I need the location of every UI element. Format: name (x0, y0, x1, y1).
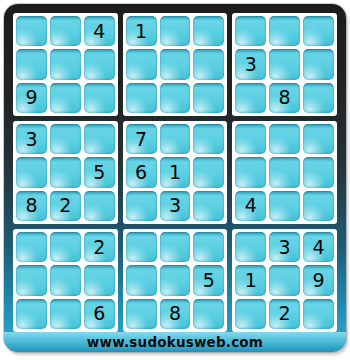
cell-r7c2[interactable] (50, 232, 81, 262)
cell-r4c4[interactable]: 7 (126, 124, 157, 154)
sudoku-box-9: 34192 (232, 229, 337, 332)
cell-r9c7[interactable] (235, 299, 266, 329)
cell-r9c8[interactable]: 2 (269, 299, 300, 329)
cell-r3c3[interactable] (84, 83, 115, 113)
cell-r7c3[interactable]: 2 (84, 232, 115, 262)
cell-r4c2[interactable] (50, 124, 81, 154)
cell-r2c5[interactable] (160, 49, 191, 79)
cell-r6c5[interactable]: 3 (160, 191, 191, 221)
cell-r3c2[interactable] (50, 83, 81, 113)
cell-r3c5[interactable] (160, 83, 191, 113)
cell-r7c1[interactable] (16, 232, 47, 262)
cell-r4c5[interactable] (160, 124, 191, 154)
cell-r6c1[interactable]: 8 (16, 191, 47, 221)
cell-r5c1[interactable] (16, 157, 47, 187)
cell-r1c8[interactable] (269, 16, 300, 46)
cell-r4c8[interactable] (269, 124, 300, 154)
cell-r1c3[interactable]: 4 (84, 16, 115, 46)
cell-r8c9[interactable]: 9 (303, 265, 334, 295)
cell-r4c1[interactable]: 3 (16, 124, 47, 154)
sudoku-box-3: 38 (232, 13, 337, 116)
cell-r1c2[interactable] (50, 16, 81, 46)
cell-r1c6[interactable] (193, 16, 224, 46)
cell-r7c7[interactable] (235, 232, 266, 262)
cell-r2c6[interactable] (193, 49, 224, 79)
page-background: { "game": { "type": "sudoku", "rows": 9,… (0, 0, 350, 360)
sudoku-box-7: 26 (13, 229, 118, 332)
cell-r2c9[interactable] (303, 49, 334, 79)
cell-r3c9[interactable] (303, 83, 334, 113)
cell-r2c4[interactable] (126, 49, 157, 79)
cell-r9c2[interactable] (50, 299, 81, 329)
cell-r5c3[interactable]: 5 (84, 157, 115, 187)
cell-r6c4[interactable] (126, 191, 157, 221)
cell-r7c4[interactable] (126, 232, 157, 262)
cell-r6c9[interactable] (303, 191, 334, 221)
cell-r3c4[interactable] (126, 83, 157, 113)
cell-r8c6[interactable]: 5 (193, 265, 224, 295)
cell-r3c8[interactable]: 8 (269, 83, 300, 113)
cell-r5c9[interactable] (303, 157, 334, 187)
sudoku-grid-area: 49138358276134265834192 (13, 13, 337, 332)
sudoku-box-2: 1 (123, 13, 228, 116)
cell-r5c8[interactable] (269, 157, 300, 187)
cell-r5c5[interactable]: 1 (160, 157, 191, 187)
cell-r1c5[interactable] (160, 16, 191, 46)
sudoku-box-8: 58 (123, 229, 228, 332)
cell-r4c9[interactable] (303, 124, 334, 154)
sudoku-box-5: 7613 (123, 121, 228, 224)
site-link[interactable]: www.sudokusweb.com (87, 334, 263, 350)
cell-r5c2[interactable] (50, 157, 81, 187)
cell-r8c8[interactable] (269, 265, 300, 295)
cell-r6c8[interactable] (269, 191, 300, 221)
footer-bar: www.sudokusweb.com (4, 332, 346, 352)
cell-r8c2[interactable] (50, 265, 81, 295)
cell-r5c7[interactable] (235, 157, 266, 187)
cell-r2c2[interactable] (50, 49, 81, 79)
cell-r8c7[interactable]: 1 (235, 265, 266, 295)
cell-r5c6[interactable] (193, 157, 224, 187)
cell-r6c2[interactable]: 2 (50, 191, 81, 221)
cell-r3c6[interactable] (193, 83, 224, 113)
cell-r8c4[interactable] (126, 265, 157, 295)
sudoku-board-frame: 49138358276134265834192 www.sudokusweb.c… (4, 4, 346, 352)
cell-r8c1[interactable] (16, 265, 47, 295)
sudoku-box-4: 3582 (13, 121, 118, 224)
sudoku-box-6: 4 (232, 121, 337, 224)
cell-r4c3[interactable] (84, 124, 115, 154)
cell-r1c4[interactable]: 1 (126, 16, 157, 46)
cell-r9c9[interactable] (303, 299, 334, 329)
cell-r9c3[interactable]: 6 (84, 299, 115, 329)
cell-r2c8[interactable] (269, 49, 300, 79)
cell-r1c1[interactable] (16, 16, 47, 46)
cell-r9c4[interactable] (126, 299, 157, 329)
cell-r7c6[interactable] (193, 232, 224, 262)
cell-r9c6[interactable] (193, 299, 224, 329)
cell-r1c9[interactable] (303, 16, 334, 46)
cell-r2c1[interactable] (16, 49, 47, 79)
sudoku-box-1: 49 (13, 13, 118, 116)
cell-r5c4[interactable]: 6 (126, 157, 157, 187)
cell-r9c5[interactable]: 8 (160, 299, 191, 329)
cell-r3c1[interactable]: 9 (16, 83, 47, 113)
cell-r8c5[interactable] (160, 265, 191, 295)
cell-r7c9[interactable]: 4 (303, 232, 334, 262)
cell-r6c7[interactable]: 4 (235, 191, 266, 221)
cell-r7c8[interactable]: 3 (269, 232, 300, 262)
cell-r3c7[interactable] (235, 83, 266, 113)
cell-r1c7[interactable] (235, 16, 266, 46)
cell-r8c3[interactable] (84, 265, 115, 295)
cell-r4c7[interactable] (235, 124, 266, 154)
cell-r4c6[interactable] (193, 124, 224, 154)
cell-r2c7[interactable]: 3 (235, 49, 266, 79)
cell-r7c5[interactable] (160, 232, 191, 262)
cell-r6c3[interactable] (84, 191, 115, 221)
cell-r2c3[interactable] (84, 49, 115, 79)
cell-r9c1[interactable] (16, 299, 47, 329)
cell-r6c6[interactable] (193, 191, 224, 221)
sudoku-grid: 49138358276134265834192 (13, 13, 337, 332)
